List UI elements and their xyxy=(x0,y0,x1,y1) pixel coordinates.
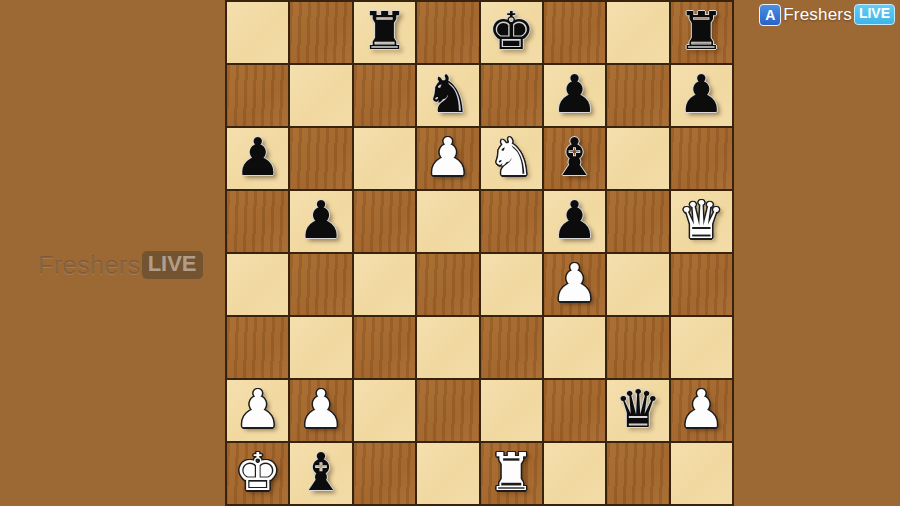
square-a6[interactable]: ♟ xyxy=(227,128,288,189)
square-f7[interactable]: ♟ xyxy=(544,65,605,126)
square-b1[interactable]: ♝ xyxy=(290,443,351,504)
square-c6[interactable] xyxy=(354,128,415,189)
square-e3[interactable] xyxy=(481,317,542,378)
piece-white-king[interactable]: ♚ xyxy=(234,446,281,498)
square-c7[interactable] xyxy=(354,65,415,126)
square-d7[interactable]: ♞ xyxy=(417,65,478,126)
chess-board: ♜♚♜♞♟♟♟♟♞♝♟♟♛♟♟♟♛♟♚♝♜ xyxy=(225,0,734,506)
square-h5[interactable]: ♛ xyxy=(671,191,732,252)
square-a7[interactable] xyxy=(227,65,288,126)
square-g2[interactable]: ♛ xyxy=(607,380,668,441)
square-f4[interactable]: ♟ xyxy=(544,254,605,315)
square-e5[interactable] xyxy=(481,191,542,252)
square-g6[interactable] xyxy=(607,128,668,189)
piece-white-pawn[interactable]: ♟ xyxy=(234,383,281,435)
piece-white-queen[interactable]: ♛ xyxy=(678,194,725,246)
page-background: Freshers LIVE ♜♚♜♞♟♟♟♟♞♝♟♟♛♟♟♟♛♟♚♝♜ A Fr… xyxy=(0,0,900,506)
fresherslive-logo-text: Freshers xyxy=(783,5,852,25)
piece-black-pawn[interactable]: ♟ xyxy=(234,131,281,183)
piece-black-queen[interactable]: ♛ xyxy=(615,383,662,435)
square-h3[interactable] xyxy=(671,317,732,378)
square-b2[interactable]: ♟ xyxy=(290,380,351,441)
square-h4[interactable] xyxy=(671,254,732,315)
square-e4[interactable] xyxy=(481,254,542,315)
square-d2[interactable] xyxy=(417,380,478,441)
watermark-text: Freshers xyxy=(38,251,141,280)
square-e2[interactable] xyxy=(481,380,542,441)
square-f6[interactable]: ♝ xyxy=(544,128,605,189)
square-b6[interactable] xyxy=(290,128,351,189)
square-e1[interactable]: ♜ xyxy=(481,443,542,504)
square-c5[interactable] xyxy=(354,191,415,252)
square-g1[interactable] xyxy=(607,443,668,504)
square-d5[interactable] xyxy=(417,191,478,252)
square-c2[interactable] xyxy=(354,380,415,441)
watermark-live-badge: LIVE xyxy=(142,251,203,279)
square-h7[interactable]: ♟ xyxy=(671,65,732,126)
square-f1[interactable] xyxy=(544,443,605,504)
square-d4[interactable] xyxy=(417,254,478,315)
fresherslive-logo-icon: A xyxy=(759,4,781,26)
square-c8[interactable]: ♜ xyxy=(354,2,415,63)
fresherslive-live-badge: LIVE xyxy=(854,4,895,24)
piece-black-bishop[interactable]: ♝ xyxy=(298,446,345,498)
square-a8[interactable] xyxy=(227,2,288,63)
square-h2[interactable]: ♟ xyxy=(671,380,732,441)
square-e6[interactable]: ♞ xyxy=(481,128,542,189)
piece-black-pawn[interactable]: ♟ xyxy=(551,194,598,246)
piece-white-rook[interactable]: ♜ xyxy=(488,446,535,498)
square-d8[interactable] xyxy=(417,2,478,63)
square-d6[interactable]: ♟ xyxy=(417,128,478,189)
piece-black-rook[interactable]: ♜ xyxy=(678,5,725,57)
square-g7[interactable] xyxy=(607,65,668,126)
square-f5[interactable]: ♟ xyxy=(544,191,605,252)
square-f2[interactable] xyxy=(544,380,605,441)
square-a5[interactable] xyxy=(227,191,288,252)
piece-white-pawn[interactable]: ♟ xyxy=(678,383,725,435)
piece-white-knight[interactable]: ♞ xyxy=(488,131,535,183)
piece-black-knight[interactable]: ♞ xyxy=(425,68,472,120)
square-b8[interactable] xyxy=(290,2,351,63)
square-e7[interactable] xyxy=(481,65,542,126)
square-a2[interactable]: ♟ xyxy=(227,380,288,441)
square-f3[interactable] xyxy=(544,317,605,378)
piece-black-pawn[interactable]: ♟ xyxy=(298,194,345,246)
square-e8[interactable]: ♚ xyxy=(481,2,542,63)
piece-black-rook[interactable]: ♜ xyxy=(361,5,408,57)
piece-white-pawn[interactable]: ♟ xyxy=(425,131,472,183)
square-g8[interactable] xyxy=(607,2,668,63)
square-h6[interactable] xyxy=(671,128,732,189)
square-h8[interactable]: ♜ xyxy=(671,2,732,63)
square-g5[interactable] xyxy=(607,191,668,252)
piece-white-pawn[interactable]: ♟ xyxy=(298,383,345,435)
square-b3[interactable] xyxy=(290,317,351,378)
square-g4[interactable] xyxy=(607,254,668,315)
piece-black-king[interactable]: ♚ xyxy=(488,5,535,57)
square-d3[interactable] xyxy=(417,317,478,378)
square-b7[interactable] xyxy=(290,65,351,126)
piece-white-pawn[interactable]: ♟ xyxy=(551,257,598,309)
square-f8[interactable] xyxy=(544,2,605,63)
square-c3[interactable] xyxy=(354,317,415,378)
square-b4[interactable] xyxy=(290,254,351,315)
square-a3[interactable] xyxy=(227,317,288,378)
fresherslive-logo: A Freshers LIVE xyxy=(759,3,895,26)
piece-black-bishop[interactable]: ♝ xyxy=(551,131,598,183)
square-a1[interactable]: ♚ xyxy=(227,443,288,504)
square-c4[interactable] xyxy=(354,254,415,315)
watermark: Freshers LIVE xyxy=(38,250,203,280)
square-c1[interactable] xyxy=(354,443,415,504)
square-b5[interactable]: ♟ xyxy=(290,191,351,252)
piece-black-pawn[interactable]: ♟ xyxy=(551,68,598,120)
piece-black-pawn[interactable]: ♟ xyxy=(678,68,725,120)
square-a4[interactable] xyxy=(227,254,288,315)
square-d1[interactable] xyxy=(417,443,478,504)
square-g3[interactable] xyxy=(607,317,668,378)
square-h1[interactable] xyxy=(671,443,732,504)
